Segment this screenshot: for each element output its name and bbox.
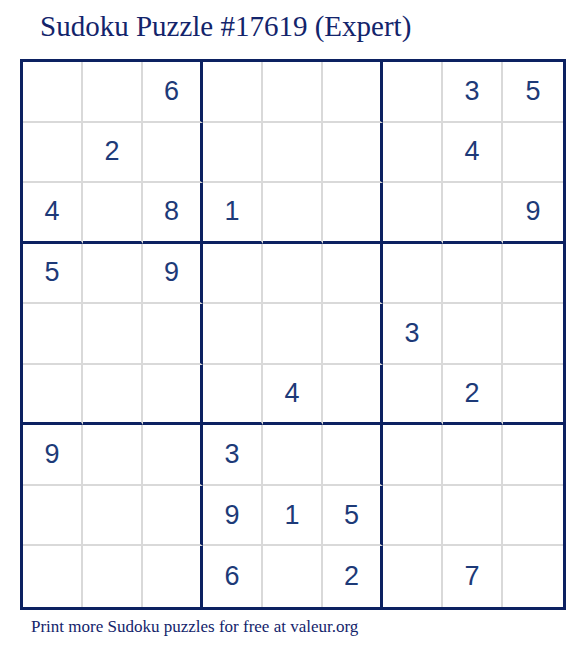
sudoku-cell-r4c3[interactable]: 9	[143, 244, 203, 305]
sudoku-cell-r7c1[interactable]: 9	[23, 425, 83, 486]
sudoku-cell-r9c1[interactable]	[23, 546, 83, 607]
footer-text: Print more Sudoku puzzles for free at va…	[31, 617, 358, 637]
sudoku-cell-r5c3[interactable]	[143, 304, 203, 365]
sudoku-cell-r1c9[interactable]: 5	[503, 62, 563, 123]
sudoku-cell-r8c5[interactable]: 1	[263, 486, 323, 547]
sudoku-cell-r1c1[interactable]	[23, 62, 83, 123]
sudoku-cell-r4c5[interactable]	[263, 244, 323, 305]
sudoku-cell-r6c3[interactable]	[143, 365, 203, 426]
sudoku-cell-r5c7[interactable]: 3	[383, 304, 443, 365]
sudoku-cell-r5c1[interactable]	[23, 304, 83, 365]
sudoku-cell-r3c4[interactable]: 1	[203, 183, 263, 244]
sudoku-cell-r8c6[interactable]: 5	[323, 486, 383, 547]
sudoku-cell-r4c2[interactable]	[83, 244, 143, 305]
sudoku-cell-r3c7[interactable]	[383, 183, 443, 244]
sudoku-cell-r6c8[interactable]: 2	[443, 365, 503, 426]
sudoku-cell-r2c1[interactable]	[23, 123, 83, 184]
sudoku-cell-r7c6[interactable]	[323, 425, 383, 486]
sudoku-cell-r8c2[interactable]	[83, 486, 143, 547]
sudoku-cell-r2c4[interactable]	[203, 123, 263, 184]
sudoku-cell-r3c2[interactable]	[83, 183, 143, 244]
sudoku-cell-r5c8[interactable]	[443, 304, 503, 365]
sudoku-cell-r7c9[interactable]	[503, 425, 563, 486]
sudoku-cell-r8c8[interactable]	[443, 486, 503, 547]
sudoku-cell-r4c9[interactable]	[503, 244, 563, 305]
sudoku-cell-r3c1[interactable]: 4	[23, 183, 83, 244]
sudoku-cell-r7c5[interactable]	[263, 425, 323, 486]
page-title: Sudoku Puzzle #17619 (Expert)	[40, 10, 411, 43]
sudoku-cell-r8c7[interactable]	[383, 486, 443, 547]
sudoku-cell-r2c9[interactable]	[503, 123, 563, 184]
sudoku-cell-r7c7[interactable]	[383, 425, 443, 486]
sudoku-cell-r7c4[interactable]: 3	[203, 425, 263, 486]
sudoku-cell-r2c2[interactable]: 2	[83, 123, 143, 184]
sudoku-grid: 6352448195934293915627	[20, 59, 566, 610]
sudoku-cell-r2c7[interactable]	[383, 123, 443, 184]
sudoku-cell-r9c4[interactable]: 6	[203, 546, 263, 607]
sudoku-cell-r8c4[interactable]: 9	[203, 486, 263, 547]
sudoku-cell-r4c1[interactable]: 5	[23, 244, 83, 305]
sudoku-cell-r3c6[interactable]	[323, 183, 383, 244]
sudoku-cell-r9c9[interactable]	[503, 546, 563, 607]
sudoku-cell-r4c4[interactable]	[203, 244, 263, 305]
sudoku-cell-r8c3[interactable]	[143, 486, 203, 547]
sudoku-cell-r2c6[interactable]	[323, 123, 383, 184]
sudoku-cell-r9c2[interactable]	[83, 546, 143, 607]
sudoku-cell-r1c8[interactable]: 3	[443, 62, 503, 123]
sudoku-cell-r5c9[interactable]	[503, 304, 563, 365]
sudoku-cell-r3c9[interactable]: 9	[503, 183, 563, 244]
sudoku-cell-r5c6[interactable]	[323, 304, 383, 365]
sudoku-cell-r1c3[interactable]: 6	[143, 62, 203, 123]
sudoku-cell-r6c4[interactable]	[203, 365, 263, 426]
sudoku-cell-r6c6[interactable]	[323, 365, 383, 426]
sudoku-cell-r5c4[interactable]	[203, 304, 263, 365]
sudoku-cell-r3c8[interactable]	[443, 183, 503, 244]
sudoku-cell-r2c5[interactable]	[263, 123, 323, 184]
sudoku-cell-r1c2[interactable]	[83, 62, 143, 123]
sudoku-cell-r7c8[interactable]	[443, 425, 503, 486]
sudoku-cell-r9c3[interactable]	[143, 546, 203, 607]
sudoku-cell-r9c7[interactable]	[383, 546, 443, 607]
sudoku-cell-r7c3[interactable]	[143, 425, 203, 486]
sudoku-cell-r3c5[interactable]	[263, 183, 323, 244]
sudoku-cell-r7c2[interactable]	[83, 425, 143, 486]
sudoku-cell-r9c5[interactable]	[263, 546, 323, 607]
sudoku-cell-r3c3[interactable]: 8	[143, 183, 203, 244]
sudoku-cell-r9c8[interactable]: 7	[443, 546, 503, 607]
sudoku-cell-r6c7[interactable]	[383, 365, 443, 426]
sudoku-cell-r1c5[interactable]	[263, 62, 323, 123]
sudoku-cell-r6c9[interactable]	[503, 365, 563, 426]
sudoku-cell-r1c4[interactable]	[203, 62, 263, 123]
sudoku-cell-r6c2[interactable]	[83, 365, 143, 426]
sudoku-cell-r1c7[interactable]	[383, 62, 443, 123]
sudoku-cell-r2c8[interactable]: 4	[443, 123, 503, 184]
sudoku-cell-r5c2[interactable]	[83, 304, 143, 365]
sudoku-cell-r6c1[interactable]	[23, 365, 83, 426]
sudoku-cell-r4c8[interactable]	[443, 244, 503, 305]
sudoku-cell-r4c7[interactable]	[383, 244, 443, 305]
sudoku-cell-r5c5[interactable]	[263, 304, 323, 365]
sudoku-cell-r8c1[interactable]	[23, 486, 83, 547]
sudoku-cell-r2c3[interactable]	[143, 123, 203, 184]
sudoku-cell-r9c6[interactable]: 2	[323, 546, 383, 607]
sudoku-cell-r8c9[interactable]	[503, 486, 563, 547]
sudoku-cell-r4c6[interactable]	[323, 244, 383, 305]
sudoku-cell-r6c5[interactable]: 4	[263, 365, 323, 426]
sudoku-cell-r1c6[interactable]	[323, 62, 383, 123]
